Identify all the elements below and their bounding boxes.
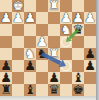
square-d2[interactable]	[48, 12, 60, 24]
square-g4[interactable]	[12, 36, 24, 48]
square-c6[interactable]	[60, 60, 72, 72]
square-g7[interactable]	[12, 72, 24, 84]
square-d1[interactable]: ♜	[48, 0, 60, 12]
square-e8[interactable]	[36, 84, 48, 96]
chess-board[interactable]: ♚♜♟♟♟♟♟♟♞♛♟♞♞♜♟♟♟♟♟♟♝♜♝♛♚	[0, 0, 96, 96]
piece-white-knight-c3[interactable]: ♞	[60, 24, 72, 36]
piece-black-rook-h8[interactable]: ♜	[0, 84, 12, 96]
piece-white-pawn-f2[interactable]: ♟	[24, 12, 36, 24]
square-c3[interactable]: ♞	[60, 24, 72, 36]
square-a2[interactable]: ♟	[84, 12, 96, 24]
window-right-edge	[96, 0, 99, 100]
square-f8[interactable]: ♝	[24, 84, 36, 96]
piece-white-pawn-a2[interactable]: ♟	[84, 12, 96, 24]
square-b8[interactable]: ♚	[72, 84, 84, 96]
piece-black-bishop-f8[interactable]: ♝	[24, 84, 36, 96]
piece-white-pawn-g2[interactable]: ♟	[12, 12, 24, 24]
square-g5[interactable]	[12, 48, 24, 60]
square-c8[interactable]	[60, 84, 72, 96]
square-f2[interactable]: ♟	[24, 12, 36, 24]
window-bottom-edge	[0, 96, 96, 100]
square-g2[interactable]: ♟	[12, 12, 24, 24]
square-e1[interactable]	[36, 0, 48, 12]
square-h2[interactable]: ♟	[0, 12, 12, 24]
square-f3[interactable]	[24, 24, 36, 36]
piece-black-king-b8[interactable]: ♚	[72, 84, 84, 96]
square-a3[interactable]	[84, 24, 96, 36]
square-e2[interactable]	[36, 12, 48, 24]
square-d5[interactable]: ♜	[48, 48, 60, 60]
square-f6[interactable]: ♟	[24, 60, 36, 72]
piece-black-queen-b3[interactable]: ♛	[72, 24, 84, 36]
square-b5[interactable]	[72, 48, 84, 60]
piece-black-pawn-f6[interactable]: ♟	[24, 60, 36, 72]
square-d3[interactable]	[48, 24, 60, 36]
square-e6[interactable]	[36, 60, 48, 72]
chess-app-window: ♚♜♟♟♟♟♟♟♞♛♟♞♞♜♟♟♟♟♟♟♝♜♝♛♚	[0, 0, 99, 100]
square-b4[interactable]	[72, 36, 84, 48]
square-d8[interactable]: ♛	[48, 84, 60, 96]
square-c7[interactable]	[60, 72, 72, 84]
square-h8[interactable]: ♜	[0, 84, 12, 96]
square-c5[interactable]	[60, 48, 72, 60]
piece-white-pawn-h2[interactable]: ♟	[0, 12, 12, 24]
square-h3[interactable]	[0, 24, 12, 36]
square-e7[interactable]	[36, 72, 48, 84]
square-b3[interactable]: ♛	[72, 24, 84, 36]
piece-black-queen-d8[interactable]: ♛	[48, 84, 60, 96]
square-c4[interactable]	[60, 36, 72, 48]
square-g6[interactable]	[12, 60, 24, 72]
piece-white-rook-d5[interactable]: ♜	[48, 48, 60, 60]
square-a8[interactable]	[84, 84, 96, 96]
square-a7[interactable]	[84, 72, 96, 84]
piece-black-pawn-a6[interactable]: ♟	[84, 60, 96, 72]
square-h4[interactable]	[0, 36, 12, 48]
square-e5[interactable]: ♞	[36, 48, 48, 60]
piece-white-rook-d1[interactable]: ♜	[48, 0, 60, 12]
square-a6[interactable]: ♟	[84, 60, 96, 72]
piece-black-knight-e5[interactable]: ♞	[36, 48, 48, 60]
square-g8[interactable]	[12, 84, 24, 96]
square-g3[interactable]	[12, 24, 24, 36]
